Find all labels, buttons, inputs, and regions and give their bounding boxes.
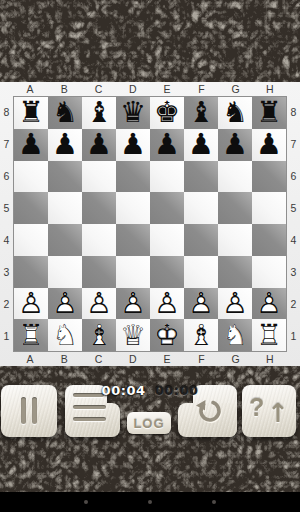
square-c5[interactable]: [82, 192, 116, 224]
square-h1[interactable]: ♜♖: [252, 319, 286, 351]
black-knight: ♞: [222, 97, 248, 128]
board-squares: ♜♞♝♛♚♝♞♜♟♟♟♟♟♟♟♟♟♙♟♙♟♙♟♙♟♙♟♙♟♙♟♙♜♖♞♘♝♗♛♕…: [13, 96, 287, 352]
file-label-f-bottom: F: [184, 352, 218, 366]
square-e3[interactable]: [150, 256, 184, 288]
rank-label-1-left: 1: [0, 320, 13, 352]
square-h3[interactable]: [252, 256, 286, 288]
square-g8[interactable]: ♞: [218, 97, 252, 129]
black-queen: ♛: [120, 97, 146, 128]
square-d6[interactable]: [116, 161, 150, 193]
black-pawn: ♟: [256, 129, 282, 160]
file-label-a-bottom: A: [13, 352, 47, 366]
file-label-b-bottom: B: [47, 352, 81, 366]
file-label-d-top: D: [116, 82, 150, 96]
square-d2[interactable]: ♟♙: [116, 288, 150, 320]
file-label-a-top: A: [13, 82, 47, 96]
file-label-c-top: C: [82, 82, 116, 96]
file-label-c-bottom: C: [82, 352, 116, 366]
square-e8[interactable]: ♚: [150, 97, 184, 129]
square-c7[interactable]: ♟: [82, 129, 116, 161]
black-knight: ♞: [52, 97, 78, 128]
rank-label-7-right: 7: [287, 128, 300, 160]
square-a4[interactable]: [14, 224, 48, 256]
black-pawn: ♟: [86, 129, 112, 160]
square-c1[interactable]: ♝♗: [82, 319, 116, 351]
file-label-d-bottom: D: [116, 352, 150, 366]
rank-label-3-left: 3: [0, 256, 13, 288]
file-label-g-top: G: [219, 82, 253, 96]
square-c4[interactable]: [82, 224, 116, 256]
white-pawn: ♟♙: [18, 288, 44, 319]
white-rook: ♜♖: [256, 320, 282, 351]
black-rook: ♜: [18, 97, 44, 128]
white-pawn: ♟♙: [188, 288, 214, 319]
chess-board: ABCDEFGH 87654321 ♜♞♝♛♚♝♞♜♟♟♟♟♟♟♟♟♟♙♟♙♟♙…: [0, 82, 300, 366]
file-label-h-top: H: [253, 82, 287, 96]
black-clock: 00:00: [155, 383, 199, 398]
nav-dot-home[interactable]: [148, 500, 152, 504]
black-pawn: ♟: [18, 129, 44, 160]
square-a3[interactable]: [14, 256, 48, 288]
square-d5[interactable]: [116, 192, 150, 224]
square-d7[interactable]: ♟: [116, 129, 150, 161]
file-label-b-top: B: [47, 82, 81, 96]
white-king: ♚♔: [154, 320, 180, 351]
square-d1[interactable]: ♛♕: [116, 319, 150, 351]
square-g5[interactable]: [218, 192, 252, 224]
white-knight: ♞♘: [52, 320, 78, 351]
square-b6[interactable]: [48, 161, 82, 193]
nav-dot-recents[interactable]: [212, 500, 216, 504]
square-c8[interactable]: ♝: [82, 97, 116, 129]
white-pawn: ♟♙: [154, 288, 180, 319]
clock-row: 00:0400:00: [0, 383, 300, 398]
square-d3[interactable]: [116, 256, 150, 288]
square-a6[interactable]: [14, 161, 48, 193]
square-f4[interactable]: [184, 224, 218, 256]
square-a2[interactable]: ♟♙: [14, 288, 48, 320]
black-rook: ♜: [256, 97, 282, 128]
file-label-h-bottom: H: [253, 352, 287, 366]
square-b2[interactable]: ♟♙: [48, 288, 82, 320]
rank-label-5-left: 5: [0, 192, 13, 224]
rank-label-4-left: 4: [0, 224, 13, 256]
square-a5[interactable]: [14, 192, 48, 224]
black-pawn: ♟: [222, 129, 248, 160]
black-pawn: ♟: [154, 129, 180, 160]
white-queen: ♛♕: [120, 320, 146, 351]
square-a8[interactable]: ♜: [14, 97, 48, 129]
square-d4[interactable]: [116, 224, 150, 256]
rank-label-2-right: 2: [287, 288, 300, 320]
square-h7[interactable]: ♟: [252, 129, 286, 161]
square-a7[interactable]: ♟: [14, 129, 48, 161]
square-f7[interactable]: ♟: [184, 129, 218, 161]
white-pawn: ♟♙: [222, 288, 248, 319]
square-g7[interactable]: ♟: [218, 129, 252, 161]
black-pawn: ♟: [52, 129, 78, 160]
file-labels-bottom: ABCDEFGH: [13, 352, 287, 366]
log-button[interactable]: LOG: [127, 412, 171, 434]
rank-label-2-left: 2: [0, 288, 13, 320]
square-c3[interactable]: [82, 256, 116, 288]
square-f2[interactable]: ♟♙: [184, 288, 218, 320]
white-pawn: ♟♙: [86, 288, 112, 319]
white-knight: ♞♘: [222, 320, 248, 351]
square-b8[interactable]: ♞: [48, 97, 82, 129]
file-labels-top: ABCDEFGH: [13, 82, 287, 96]
square-e6[interactable]: [150, 161, 184, 193]
nav-dot-back[interactable]: [84, 500, 88, 504]
rank-label-6-left: 6: [0, 160, 13, 192]
rank-labels-right: 87654321: [287, 96, 300, 352]
square-f3[interactable]: [184, 256, 218, 288]
black-king: ♚: [154, 97, 180, 128]
square-g3[interactable]: [218, 256, 252, 288]
rank-label-3-right: 3: [287, 256, 300, 288]
android-navigation-bar: [0, 492, 300, 512]
square-f6[interactable]: [184, 161, 218, 193]
square-g6[interactable]: [218, 161, 252, 193]
square-b4[interactable]: [48, 224, 82, 256]
hint-up-arrow-icon: ↑: [267, 398, 289, 428]
file-label-e-bottom: E: [150, 352, 184, 366]
square-e5[interactable]: [150, 192, 184, 224]
square-b1[interactable]: ♞♘: [48, 319, 82, 351]
rank-labels-left: 87654321: [0, 96, 13, 352]
square-c6[interactable]: [82, 161, 116, 193]
rank-label-6-right: 6: [287, 160, 300, 192]
square-e1[interactable]: ♚♔: [150, 319, 184, 351]
square-d8[interactable]: ♛: [116, 97, 150, 129]
square-c2[interactable]: ♟♙: [82, 288, 116, 320]
black-pawn: ♟: [120, 129, 146, 160]
white-bishop: ♝♗: [188, 320, 214, 351]
square-e4[interactable]: [150, 224, 184, 256]
black-bishop: ♝: [188, 97, 214, 128]
rank-label-8-right: 8: [287, 96, 300, 128]
black-pawn: ♟: [188, 129, 214, 160]
square-b3[interactable]: [48, 256, 82, 288]
square-f8[interactable]: ♝: [184, 97, 218, 129]
log-button-label: LOG: [133, 416, 164, 431]
white-pawn: ♟♙: [120, 288, 146, 319]
rank-label-8-left: 8: [0, 96, 13, 128]
file-label-f-top: F: [184, 82, 218, 96]
file-label-g-bottom: G: [219, 352, 253, 366]
white-rook: ♜♖: [18, 320, 44, 351]
square-b5[interactable]: [48, 192, 82, 224]
square-h4[interactable]: [252, 224, 286, 256]
square-h2[interactable]: ♟♙: [252, 288, 286, 320]
square-e7[interactable]: ♟: [150, 129, 184, 161]
square-g4[interactable]: [218, 224, 252, 256]
white-clock: 00:04: [102, 383, 146, 398]
app-screen: ABCDEFGH 87654321 ♜♞♝♛♚♝♞♜♟♟♟♟♟♟♟♟♟♙♟♙♟♙…: [0, 0, 300, 512]
square-h6[interactable]: [252, 161, 286, 193]
file-label-e-top: E: [150, 82, 184, 96]
square-h8[interactable]: ♜: [252, 97, 286, 129]
square-g1[interactable]: ♞♘: [218, 319, 252, 351]
white-bishop: ♝♗: [86, 320, 112, 351]
white-pawn: ♟♙: [256, 288, 282, 319]
square-e2[interactable]: ♟♙: [150, 288, 184, 320]
square-f5[interactable]: [184, 192, 218, 224]
black-bishop: ♝: [86, 97, 112, 128]
rank-label-7-left: 7: [0, 128, 13, 160]
square-a1[interactable]: ♜♖: [14, 319, 48, 351]
rank-label-4-right: 4: [287, 224, 300, 256]
square-b7[interactable]: ♟: [48, 129, 82, 161]
white-pawn: ♟♙: [52, 288, 78, 319]
square-h5[interactable]: [252, 192, 286, 224]
rank-label-1-right: 1: [287, 320, 300, 352]
rank-label-5-right: 5: [287, 192, 300, 224]
square-f1[interactable]: ♝♗: [184, 319, 218, 351]
square-g2[interactable]: ♟♙: [218, 288, 252, 320]
